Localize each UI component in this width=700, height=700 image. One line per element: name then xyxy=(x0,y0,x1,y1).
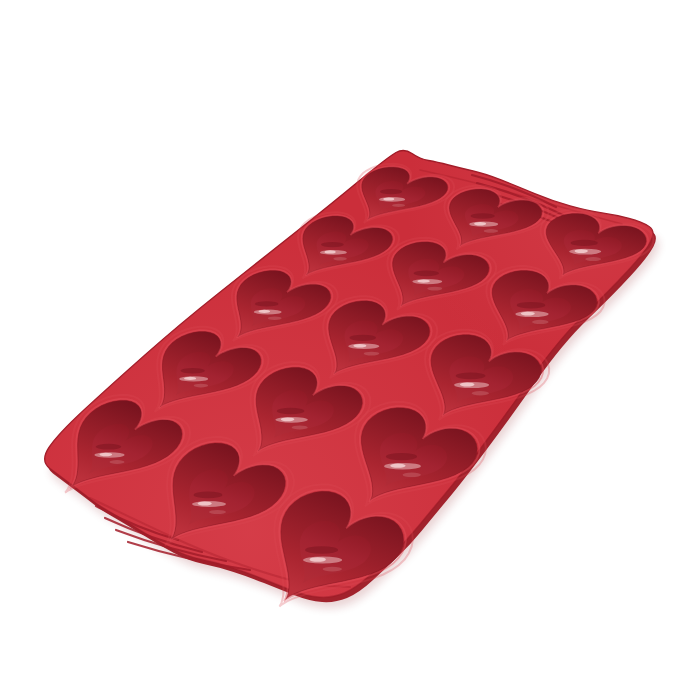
floor-reflection-faint xyxy=(194,384,208,388)
floor-reflection-faint xyxy=(427,287,442,291)
floor-shadow-smudge xyxy=(517,302,545,309)
floor-reflection-faint xyxy=(110,460,125,464)
floor-reflection-core xyxy=(474,222,486,225)
floor-reflection-faint xyxy=(585,257,601,261)
floor-shadow-smudge xyxy=(386,453,417,460)
floor-reflection-core xyxy=(259,310,271,313)
floor-shadow-smudge xyxy=(255,301,279,306)
floor-shadow-smudge xyxy=(277,408,305,414)
floor-shadow-smudge xyxy=(96,444,121,450)
floor-shadow-smudge xyxy=(471,213,495,219)
floor-reflection-faint xyxy=(484,229,498,233)
floor-reflection-core xyxy=(184,377,196,380)
floor-reflection-core xyxy=(310,557,326,562)
floor-reflection-core xyxy=(353,344,366,348)
floor-reflection-faint xyxy=(364,352,380,356)
floor-reflection-faint xyxy=(532,320,549,324)
product-photo: Red silicone heart-shaped mold tray with… xyxy=(0,0,700,700)
floor-shadow-smudge xyxy=(414,270,439,276)
floor-reflection-core xyxy=(390,464,405,468)
floor-reflection-core xyxy=(100,453,113,456)
floor-reflection-core xyxy=(521,312,535,316)
floor-reflection-core xyxy=(460,383,475,387)
floor-reflection-faint xyxy=(333,257,346,260)
floor-shadow-smudge xyxy=(571,240,598,246)
floor-reflection-core xyxy=(198,502,212,506)
floor-shadow-smudge xyxy=(456,372,486,379)
floor-reflection-faint xyxy=(403,473,421,478)
floor-reflection-faint xyxy=(268,317,282,320)
floor-shadow-smudge xyxy=(380,189,402,194)
floor-reflection-core xyxy=(325,250,336,253)
mold-tray-photo xyxy=(0,0,700,700)
floor-reflection-core xyxy=(417,279,430,282)
floor-shadow-smudge xyxy=(321,242,344,247)
floor-shadow-smudge xyxy=(350,335,376,341)
floor-shadow-smudge xyxy=(305,546,338,554)
floor-reflection-faint xyxy=(392,204,405,207)
floor-reflection-faint xyxy=(292,425,308,429)
floor-shadow-smudge xyxy=(181,368,205,374)
floor-shadow-smudge xyxy=(194,492,223,499)
floor-reflection-core xyxy=(281,417,295,421)
floor-reflection-faint xyxy=(323,567,342,572)
floor-reflection-core xyxy=(575,249,588,253)
floor-reflection-core xyxy=(383,197,394,200)
floor-reflection-faint xyxy=(209,510,226,514)
floor-reflection-faint xyxy=(472,391,489,395)
